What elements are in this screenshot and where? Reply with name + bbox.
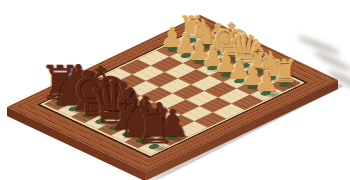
square-a8[interactable]: ♜: [138, 139, 170, 154]
piece-bR[interactable]: ♜: [115, 104, 193, 151]
piece-wP[interactable]: ♟: [239, 69, 294, 96]
chess-board: ♜♞♝♚♛♝♞♜♟♟♟♟♟♟♟♟♟♟♟♟♟♟♟♟♜♞♝♚♛♝♞♜: [7, 15, 338, 172]
chess-set-photo: ♜♞♝♚♛♝♞♜♟♟♟♟♟♟♟♟♟♟♟♟♟♟♟♟♜♞♝♚♛♝♞♜: [0, 0, 350, 180]
